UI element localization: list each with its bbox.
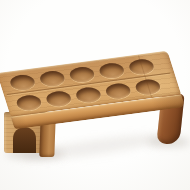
photo-background [0, 0, 190, 190]
pit-cell [102, 80, 135, 102]
pit-cell [42, 88, 75, 110]
pit-r2-c4[interactable] [104, 82, 132, 100]
pit-cell [72, 84, 105, 106]
pit-r1-c1[interactable] [8, 74, 36, 92]
pit-r2-c2[interactable] [44, 90, 72, 108]
pit-r1-c4[interactable] [98, 62, 126, 80]
pit-r1-c3[interactable] [68, 66, 96, 84]
pit-r2-c1[interactable] [14, 94, 42, 112]
pit-r2-c3[interactable] [74, 86, 102, 104]
pit-cell [12, 92, 45, 114]
pit-r1-c2[interactable] [38, 70, 66, 88]
mancala-board [0, 51, 185, 130]
leg-arch-cutout [13, 127, 36, 153]
